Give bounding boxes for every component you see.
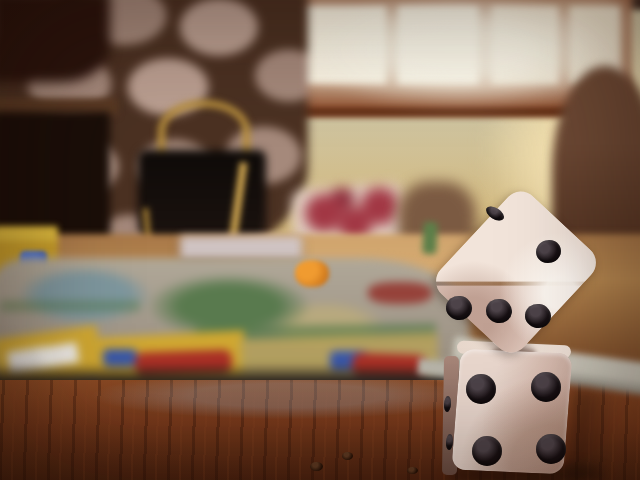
bottom-die-front-pip (536, 434, 566, 464)
bottom-die-front-pip (472, 436, 502, 466)
bottom-die-front-pip (531, 372, 561, 402)
photo-board-game-scene (0, 0, 640, 480)
board-green-strip (0, 300, 140, 312)
game-cards-stack (180, 236, 302, 260)
mantel-beam (0, 0, 110, 82)
orange-game-piece (295, 260, 329, 287)
bottom-die-front-pip (466, 374, 496, 404)
wood-speck (342, 452, 353, 460)
wood-speck (310, 462, 323, 471)
board-blue-car-art (103, 349, 137, 366)
game-board (0, 258, 470, 392)
green-game-piece (422, 222, 438, 255)
board-red-region (368, 282, 432, 304)
wood-speck (407, 467, 418, 474)
